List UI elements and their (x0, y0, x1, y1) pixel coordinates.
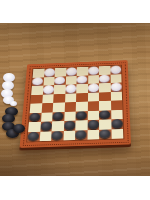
board-square (53, 102, 65, 112)
white-checker: ⛀ (66, 67, 76, 75)
board-square (42, 94, 54, 103)
white-checker: ⛀ (99, 74, 109, 82)
white-checker: ⛀ (111, 83, 122, 91)
black-checker: ⛂ (28, 131, 40, 140)
black-checker: ⛂ (99, 110, 110, 119)
board-square (87, 110, 99, 120)
board-square (110, 91, 122, 100)
black-checker: ⛂ (40, 121, 51, 130)
board-square: ⛂ (111, 119, 123, 129)
board-square (76, 93, 88, 102)
black-checker: ⛂ (29, 113, 40, 122)
board-square (87, 101, 99, 111)
white-checker: ⛀ (88, 66, 98, 74)
board-square: ⛂ (27, 131, 40, 141)
white-checker: ⛀ (44, 68, 55, 76)
white-checker: ⛀ (110, 66, 120, 74)
black-checker: ⛂ (64, 121, 75, 130)
board-square: ⛂ (40, 121, 52, 131)
product-thumbnail[interactable]: ⛀⛀⛀⛀⛀⛀⛀⛀⛀⛀⛀⛀⛂⛂⛂⛂⛂⛂⛂⛂⛂⛂⛂⛂ ⛀⛀⛀⛀⛀⛂⛂⛂⛂⛂ (0, 0, 150, 200)
board-square (111, 109, 123, 119)
offboard-black-checker: ⛂ (13, 124, 25, 133)
board-square (65, 93, 77, 102)
white-checker: ⛀ (88, 83, 98, 91)
board-square: ⛂ (76, 111, 88, 121)
board-square (99, 92, 111, 101)
product-photo[interactable]: ⛀⛀⛀⛀⛀⛀⛀⛀⛀⛀⛀⛀⛂⛂⛂⛂⛂⛂⛂⛂⛂⛂⛂⛂ ⛀⛀⛀⛀⛀⛂⛂⛂⛂⛂ (0, 23, 150, 176)
board-square (41, 112, 53, 122)
board-square: ⛂ (63, 121, 75, 131)
black-checker: ⛂ (53, 112, 64, 121)
white-checker: ⛀ (32, 77, 43, 85)
offboard-white-checker: ⛀ (10, 101, 17, 106)
board-square (64, 102, 76, 112)
board-square (111, 100, 123, 110)
board-square (87, 129, 99, 139)
black-checker: ⛂ (76, 111, 87, 120)
board-square (63, 130, 75, 140)
board-square (87, 92, 99, 101)
board-square: ⛂ (99, 110, 111, 120)
board-square (64, 111, 76, 121)
board-square: ⛂ (87, 120, 99, 130)
board-square (53, 93, 65, 102)
board-square: ⛂ (99, 129, 111, 139)
board-square: ⛂ (52, 112, 64, 122)
board-square (111, 129, 123, 139)
board-square (41, 103, 53, 113)
board-square: ⛂ (51, 131, 63, 141)
board-square: ⛂ (75, 130, 87, 140)
board-grid: ⛀⛀⛀⛀⛀⛀⛀⛀⛀⛀⛀⛀⛂⛂⛂⛂⛂⛂⛂⛂⛂⛂⛂⛂ (27, 65, 123, 141)
black-checker: ⛂ (88, 120, 99, 129)
white-checker: ⛀ (77, 75, 87, 83)
board-square: ⛂ (29, 112, 41, 122)
black-checker: ⛂ (52, 131, 63, 140)
board-scene: ⛀⛀⛀⛀⛀⛀⛀⛀⛀⛀⛀⛀⛂⛂⛂⛂⛂⛂⛂⛂⛂⛂⛂⛂ (23, 49, 129, 155)
white-checker: ⛀ (43, 85, 54, 93)
white-checker: ⛀ (65, 84, 76, 92)
black-checker: ⛂ (111, 119, 122, 128)
white-checker: ⛀ (55, 76, 66, 84)
board-square (30, 103, 42, 113)
black-checker: ⛂ (100, 129, 111, 138)
board-square (76, 102, 88, 112)
board-square (75, 120, 87, 130)
board-square (39, 131, 51, 141)
board-square (99, 119, 111, 129)
black-checker: ⛂ (75, 130, 86, 139)
board-square (28, 122, 40, 132)
board-square (30, 94, 42, 103)
checkers-board: ⛀⛀⛀⛀⛀⛀⛀⛀⛀⛀⛀⛀⛂⛂⛂⛂⛂⛂⛂⛂⛂⛂⛂⛂ (20, 60, 131, 148)
board-square (99, 101, 111, 111)
board-square (52, 121, 64, 131)
